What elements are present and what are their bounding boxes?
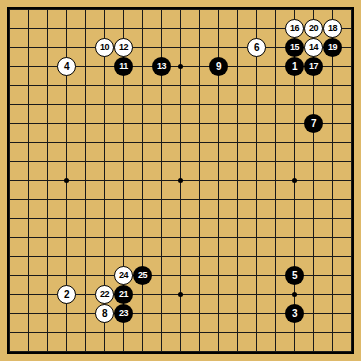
move-number: 24	[119, 271, 128, 280]
stone-black-13: 13	[152, 57, 171, 76]
move-number: 15	[290, 43, 299, 52]
stone-white-6: 6	[247, 38, 266, 57]
move-number: 14	[309, 43, 318, 52]
move-number: 22	[100, 290, 109, 299]
go-board[interactable]: 1234567891011121314151617181920212223242…	[0, 0, 361, 361]
grid-line-vertical	[199, 9, 200, 352]
stone-black-15: 15	[285, 38, 304, 57]
move-number: 25	[138, 271, 147, 280]
move-number: 13	[157, 62, 166, 71]
stone-white-12: 12	[114, 38, 133, 57]
move-number: 4	[64, 62, 69, 72]
star-point	[178, 178, 183, 183]
stone-white-10: 10	[95, 38, 114, 57]
grid-line-horizontal	[9, 199, 352, 200]
stone-white-14: 14	[304, 38, 323, 57]
move-number: 23	[119, 309, 128, 318]
move-number: 18	[328, 24, 337, 33]
stone-black-19: 19	[323, 38, 342, 57]
move-number: 5	[292, 271, 297, 281]
grid-line-vertical	[237, 9, 238, 352]
stone-white-4: 4	[57, 57, 76, 76]
stone-black-9: 9	[209, 57, 228, 76]
grid-line-horizontal	[9, 237, 352, 238]
move-number: 7	[311, 119, 316, 129]
move-number: 10	[100, 43, 109, 52]
star-point	[64, 178, 69, 183]
move-number: 16	[290, 24, 299, 33]
stone-white-18: 18	[323, 19, 342, 38]
star-point	[178, 64, 183, 69]
stone-black-23: 23	[114, 304, 133, 323]
stone-white-22: 22	[95, 285, 114, 304]
star-point	[292, 178, 297, 183]
move-number: 3	[292, 309, 297, 319]
grid-line-vertical	[275, 9, 276, 352]
move-number: 11	[119, 62, 128, 71]
stone-black-1: 1	[285, 57, 304, 76]
stone-white-16: 16	[285, 19, 304, 38]
stone-black-5: 5	[285, 266, 304, 285]
star-point	[178, 292, 183, 297]
stone-black-21: 21	[114, 285, 133, 304]
stone-black-11: 11	[114, 57, 133, 76]
stone-black-25: 25	[133, 266, 152, 285]
grid-line-horizontal	[9, 351, 352, 352]
star-point	[292, 292, 297, 297]
stone-black-17: 17	[304, 57, 323, 76]
move-number: 19	[328, 43, 337, 52]
move-number: 1	[292, 62, 297, 72]
stone-black-7: 7	[304, 114, 323, 133]
move-number: 9	[216, 62, 221, 72]
move-number: 20	[309, 24, 318, 33]
move-number: 6	[254, 43, 259, 53]
grid-line-horizontal	[9, 332, 352, 333]
move-number: 21	[119, 290, 128, 299]
grid-line-vertical	[351, 9, 352, 352]
stone-white-2: 2	[57, 285, 76, 304]
grid-line-vertical	[332, 9, 333, 352]
stone-white-8: 8	[95, 304, 114, 323]
move-number: 8	[102, 309, 107, 319]
stone-white-20: 20	[304, 19, 323, 38]
grid-line-horizontal	[9, 256, 352, 257]
move-number: 17	[309, 62, 318, 71]
move-number: 2	[64, 290, 69, 300]
grid-line-horizontal	[9, 218, 352, 219]
stone-black-3: 3	[285, 304, 304, 323]
stone-white-24: 24	[114, 266, 133, 285]
grid-line-vertical	[256, 9, 257, 352]
move-number: 12	[119, 43, 128, 52]
